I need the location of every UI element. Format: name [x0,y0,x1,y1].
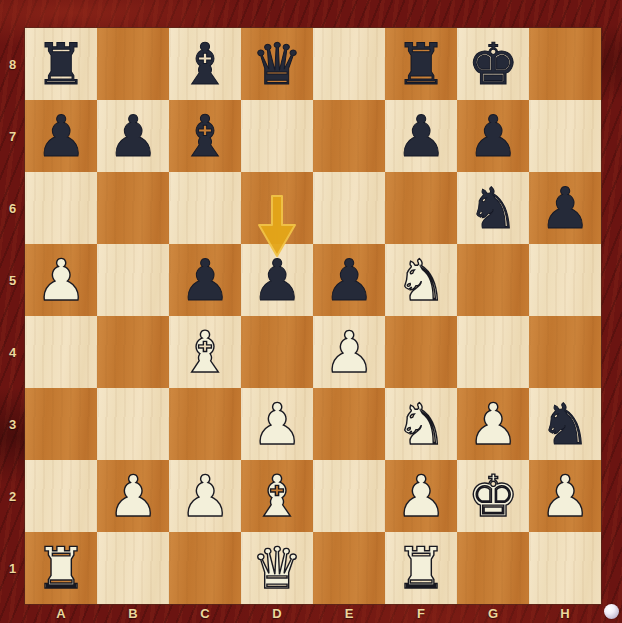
black-pawn-d5[interactable]: ♟ [251,252,302,309]
square-g7[interactable]: ♟ [457,100,529,172]
square-f1[interactable]: ♜ [385,532,457,604]
rank-label-8: 8 [0,28,25,100]
square-h1[interactable] [529,532,601,604]
black-pawn-a7[interactable]: ♟ [35,108,86,165]
rank-label-2: 2 [0,460,25,532]
white-pawn-e4[interactable]: ♟ [323,324,374,381]
black-rook-f8[interactable]: ♜ [395,36,446,93]
square-d8[interactable]: ♛ [241,28,313,100]
square-f7[interactable]: ♟ [385,100,457,172]
white-bishop-c4[interactable]: ♝ [179,324,230,381]
file-label-a: A [25,604,97,623]
black-pawn-g7[interactable]: ♟ [467,108,518,165]
square-g2[interactable]: ♚ [457,460,529,532]
rank-label-5: 5 [0,244,25,316]
square-f8[interactable]: ♜ [385,28,457,100]
square-h8[interactable] [529,28,601,100]
white-pawn-f2[interactable]: ♟ [395,468,446,525]
black-pawn-f7[interactable]: ♟ [395,108,446,165]
square-e1[interactable] [313,532,385,604]
square-d5[interactable]: ♟ [241,244,313,316]
black-bishop-c8[interactable]: ♝ [179,36,230,93]
square-b6[interactable] [97,172,169,244]
square-c1[interactable] [169,532,241,604]
white-bishop-d2[interactable]: ♝ [251,468,302,525]
square-c2[interactable]: ♟ [169,460,241,532]
black-queen-d8[interactable]: ♛ [251,36,302,93]
white-rook-f1[interactable]: ♜ [395,540,446,597]
white-pawn-c2[interactable]: ♟ [179,468,230,525]
square-d4[interactable] [241,316,313,388]
square-a5[interactable]: ♟ [25,244,97,316]
white-pawn-b2[interactable]: ♟ [107,468,158,525]
square-c8[interactable]: ♝ [169,28,241,100]
square-f5[interactable]: ♞ [385,244,457,316]
white-rook-a1[interactable]: ♜ [35,540,86,597]
square-h4[interactable] [529,316,601,388]
square-a8[interactable]: ♜ [25,28,97,100]
white-king-g2[interactable]: ♚ [467,468,518,525]
file-label-c: C [169,604,241,623]
square-b7[interactable]: ♟ [97,100,169,172]
file-label-f: F [385,604,457,623]
square-a6[interactable] [25,172,97,244]
square-f6[interactable] [385,172,457,244]
square-c7[interactable]: ♝ [169,100,241,172]
square-g1[interactable] [457,532,529,604]
black-rook-a8[interactable]: ♜ [35,36,86,93]
square-a2[interactable] [25,460,97,532]
square-d2[interactable]: ♝ [241,460,313,532]
black-knight-h3[interactable]: ♞ [539,396,590,453]
white-knight-f5[interactable]: ♞ [395,252,446,309]
white-pawn-g3[interactable]: ♟ [467,396,518,453]
rank-label-4: 4 [0,316,25,388]
black-knight-g6[interactable]: ♞ [467,180,518,237]
chess-board-window: ♜♝♛♜♚♟♟♝♟♟♞♟♟♟♟♟♞♝♟♟♞♟♞♟♟♝♟♚♟♜♛♜ 8765432… [0,0,622,623]
white-queen-d1[interactable]: ♛ [251,540,302,597]
file-label-h: H [529,604,601,623]
square-a7[interactable]: ♟ [25,100,97,172]
square-g3[interactable]: ♟ [457,388,529,460]
file-label-d: D [241,604,313,623]
black-bishop-c7[interactable]: ♝ [179,108,230,165]
square-e5[interactable]: ♟ [313,244,385,316]
rank-label-6: 6 [0,172,25,244]
white-pawn-a5[interactable]: ♟ [35,252,86,309]
square-e7[interactable] [313,100,385,172]
black-pawn-e5[interactable]: ♟ [323,252,374,309]
square-e6[interactable] [313,172,385,244]
square-c4[interactable]: ♝ [169,316,241,388]
square-d1[interactable]: ♛ [241,532,313,604]
square-b8[interactable] [97,28,169,100]
white-pawn-d3[interactable]: ♟ [251,396,302,453]
square-d7[interactable] [241,100,313,172]
square-f3[interactable]: ♞ [385,388,457,460]
square-a1[interactable]: ♜ [25,532,97,604]
square-h3[interactable]: ♞ [529,388,601,460]
rank-label-3: 3 [0,388,25,460]
black-king-g8[interactable]: ♚ [467,36,518,93]
square-b4[interactable] [97,316,169,388]
square-d6[interactable] [241,172,313,244]
rank-label-7: 7 [0,100,25,172]
square-c5[interactable]: ♟ [169,244,241,316]
black-pawn-b7[interactable]: ♟ [107,108,158,165]
square-e4[interactable]: ♟ [313,316,385,388]
square-c6[interactable] [169,172,241,244]
black-pawn-c5[interactable]: ♟ [179,252,230,309]
square-h5[interactable] [529,244,601,316]
file-label-e: E [313,604,385,623]
file-label-b: B [97,604,169,623]
square-d3[interactable]: ♟ [241,388,313,460]
square-e2[interactable] [313,460,385,532]
file-label-g: G [457,604,529,623]
square-b1[interactable] [97,532,169,604]
square-c3[interactable] [169,388,241,460]
square-g5[interactable] [457,244,529,316]
rank-label-1: 1 [0,532,25,604]
square-b2[interactable]: ♟ [97,460,169,532]
square-f4[interactable] [385,316,457,388]
square-a3[interactable] [25,388,97,460]
square-h2[interactable]: ♟ [529,460,601,532]
square-a4[interactable] [25,316,97,388]
black-pawn-h6[interactable]: ♟ [539,180,590,237]
square-f2[interactable]: ♟ [385,460,457,532]
square-h6[interactable]: ♟ [529,172,601,244]
square-b3[interactable] [97,388,169,460]
square-g8[interactable]: ♚ [457,28,529,100]
white-pawn-h2[interactable]: ♟ [539,468,590,525]
square-e3[interactable] [313,388,385,460]
white-knight-f3[interactable]: ♞ [395,396,446,453]
square-h7[interactable] [529,100,601,172]
square-e8[interactable] [313,28,385,100]
chess-board: ♜♝♛♜♚♟♟♝♟♟♞♟♟♟♟♟♞♝♟♟♞♟♞♟♟♝♟♚♟♜♛♜ [25,28,601,604]
square-g4[interactable] [457,316,529,388]
square-g6[interactable]: ♞ [457,172,529,244]
white-to-move-indicator [604,604,619,619]
square-b5[interactable] [97,244,169,316]
